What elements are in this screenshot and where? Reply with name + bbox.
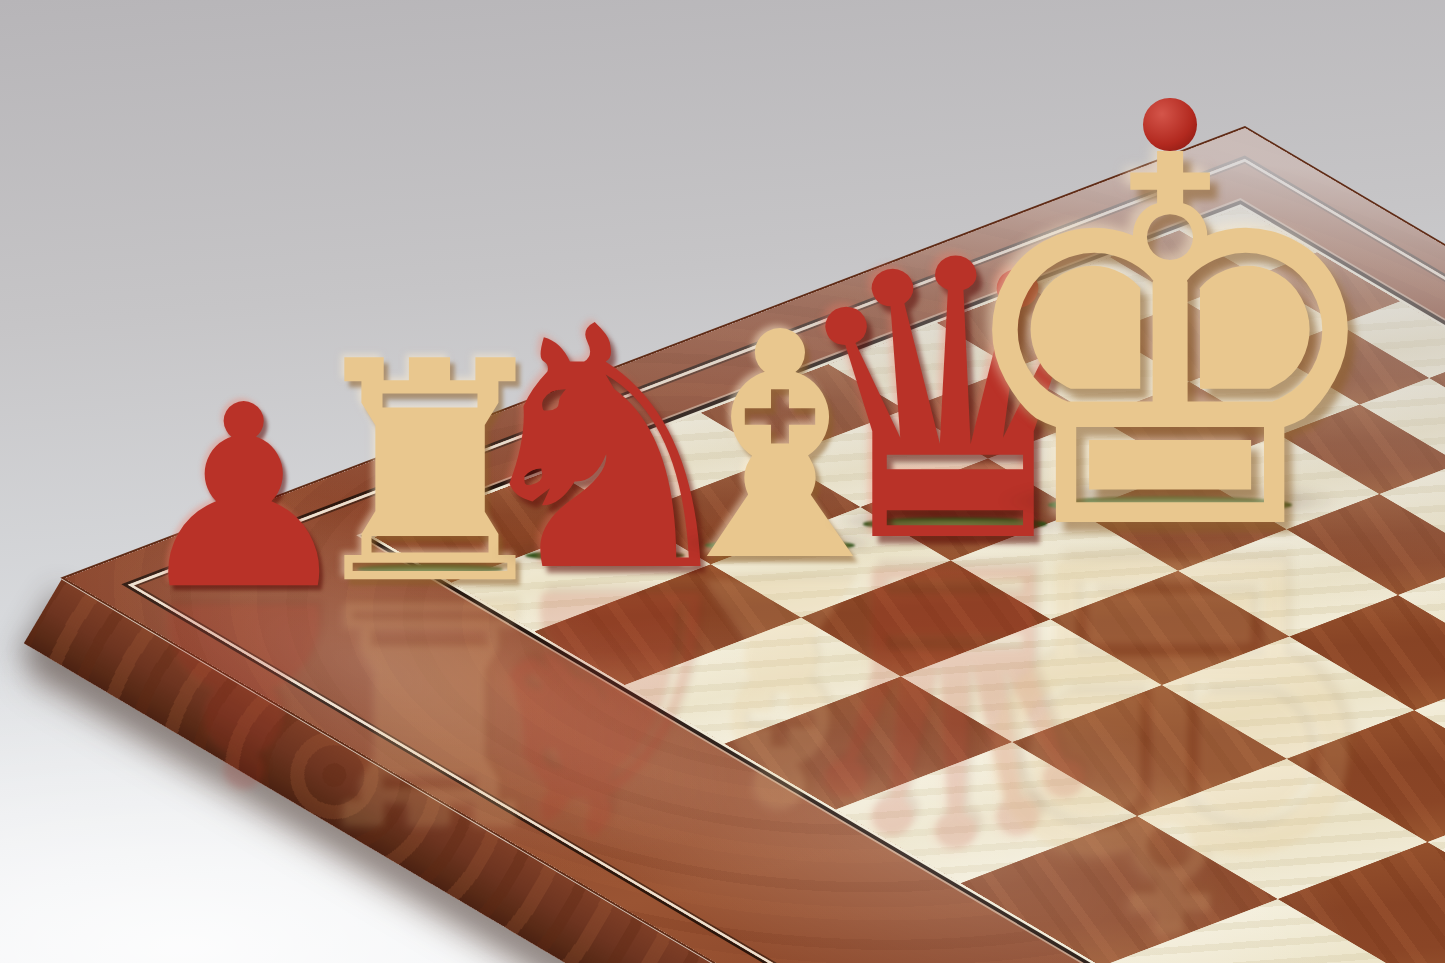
piece-boxwood-king: ♚ ♚: [916, 92, 1424, 600]
king-glyph: ♚: [916, 92, 1424, 600]
photo-backdrop: ♟ ♟ ♜ ♜ ♞ ♞ ♝ ♝ ♛ ♛ ♚ ♚: [0, 0, 1445, 963]
king-red-ball-finial-icon: [1143, 98, 1196, 151]
